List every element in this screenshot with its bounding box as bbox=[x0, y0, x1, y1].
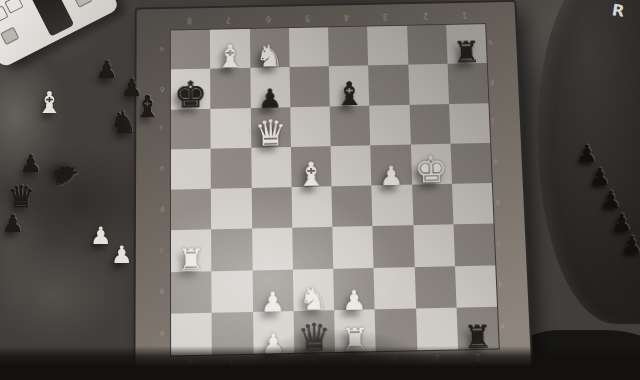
file-label-right-f: f bbox=[491, 102, 497, 142]
square-b1 bbox=[455, 265, 497, 307]
square-b5: ♞ bbox=[293, 268, 334, 311]
file-labels-left: hgfedcba bbox=[160, 30, 165, 355]
foreground-blur bbox=[0, 346, 640, 380]
captured-black-pawn: ♟ bbox=[96, 58, 118, 82]
square-b4: ♟ bbox=[333, 267, 375, 309]
clock-button bbox=[4, 0, 23, 14]
square-f3 bbox=[369, 104, 410, 145]
clock-lcd-display bbox=[27, 0, 75, 37]
file-label-left-e: e bbox=[160, 148, 164, 188]
square-d6 bbox=[251, 187, 292, 229]
file-label-right-d: d bbox=[494, 182, 500, 223]
square-e1 bbox=[450, 143, 492, 184]
square-b6: ♟ bbox=[252, 269, 293, 312]
rank-label-top-7: 7 bbox=[209, 15, 248, 24]
rank-label-top-6: 6 bbox=[248, 14, 287, 23]
captured-white-pawn: ♟ bbox=[111, 243, 133, 267]
square-c6 bbox=[252, 228, 293, 270]
square-c7 bbox=[211, 229, 252, 271]
square-g4: ♝ bbox=[329, 66, 370, 106]
square-b2 bbox=[414, 266, 456, 308]
square-e3: ♟ bbox=[370, 144, 411, 185]
piece-white-pawn-e3: ♟ bbox=[379, 162, 404, 189]
piece-white-bishop-h7: ♝ bbox=[215, 40, 245, 73]
chess-board: 87654321 87654321 hgfedcba hgfedcba ♝♞♜♚… bbox=[133, 0, 534, 380]
square-e8 bbox=[171, 148, 211, 189]
rank-labels-top: 87654321 bbox=[170, 10, 484, 25]
file-label-right-b: b bbox=[498, 264, 504, 306]
square-f2 bbox=[409, 104, 450, 145]
file-label-right-c: c bbox=[496, 223, 502, 264]
piece-white-bishop-e5: ♝ bbox=[296, 157, 327, 191]
board-grid: ♝♞♜♚♟♝♛♝♟♚♜♟♞♟♟♛♜♜ bbox=[171, 24, 499, 355]
square-d4 bbox=[331, 185, 372, 227]
square-h8 bbox=[171, 30, 211, 70]
square-f1 bbox=[449, 103, 490, 144]
photo-canvas: R 87654321 87654321 hgfedcba hgfedcba ♝♞… bbox=[0, 0, 640, 380]
square-g2 bbox=[408, 64, 449, 104]
square-b3 bbox=[374, 267, 416, 309]
file-label-right-e: e bbox=[493, 142, 499, 182]
rank-label-top-1: 1 bbox=[444, 10, 484, 19]
captured-black-knight: ♞ bbox=[110, 108, 137, 138]
square-g5 bbox=[289, 66, 329, 106]
piece-white-pawn-b4: ♟ bbox=[342, 286, 367, 314]
square-d1 bbox=[452, 183, 494, 225]
square-e7 bbox=[211, 148, 251, 189]
rank-label-top-2: 2 bbox=[405, 11, 445, 20]
square-h3 bbox=[367, 26, 408, 66]
captured-black-pawn: ♟ bbox=[621, 233, 640, 257]
square-g3 bbox=[368, 65, 409, 105]
captured-black-bishop: ♝ bbox=[134, 92, 161, 122]
file-label-left-b: b bbox=[160, 271, 165, 313]
piece-white-rook-c8: ♜ bbox=[177, 244, 205, 276]
square-g8: ♚ bbox=[171, 69, 211, 109]
file-label-right-a: a bbox=[500, 305, 506, 347]
piece-white-knight-h6: ♞ bbox=[255, 41, 284, 72]
file-label-right-h: h bbox=[488, 23, 494, 62]
board-frame: 87654321 87654321 hgfedcba hgfedcba ♝♞♜♚… bbox=[133, 0, 534, 380]
captured-black-knight: ♞ bbox=[48, 159, 82, 191]
piece-white-king-e2: ♚ bbox=[414, 151, 449, 189]
square-c8: ♜ bbox=[171, 230, 212, 272]
piece-black-pawn-g6: ♟ bbox=[258, 85, 282, 111]
piece-white-knight-b5: ♞ bbox=[299, 282, 329, 315]
piece-black-rook-h1: ♜ bbox=[452, 38, 480, 68]
square-h6: ♞ bbox=[249, 28, 289, 68]
clock-button bbox=[73, 0, 92, 8]
playing-area: ♝♞♜♚♟♝♛♝♟♚♜♟♞♟♟♛♜♜ bbox=[170, 23, 500, 356]
square-f6: ♛ bbox=[250, 107, 290, 148]
file-label-left-d: d bbox=[160, 189, 164, 230]
captured-black-pawn: ♟ bbox=[20, 152, 42, 176]
rank-label-top-5: 5 bbox=[288, 13, 327, 22]
file-label-left-h: h bbox=[160, 30, 164, 69]
square-e4 bbox=[331, 145, 372, 186]
square-b7 bbox=[212, 270, 253, 313]
square-c2 bbox=[413, 225, 455, 267]
square-a1: ♜ bbox=[456, 307, 498, 350]
square-h5 bbox=[289, 27, 329, 67]
square-c5 bbox=[292, 227, 333, 269]
square-e5: ♝ bbox=[291, 146, 332, 187]
square-h2 bbox=[407, 25, 448, 65]
square-c4 bbox=[332, 226, 373, 268]
square-h7: ♝ bbox=[210, 29, 250, 69]
file-label-left-c: c bbox=[160, 230, 164, 271]
square-e2: ♚ bbox=[410, 143, 451, 184]
square-h4 bbox=[328, 27, 368, 67]
square-d8 bbox=[171, 189, 211, 231]
clock-button bbox=[0, 27, 19, 45]
piece-white-pawn-b6: ♟ bbox=[260, 288, 285, 316]
captured-black-pawn: ♟ bbox=[2, 212, 24, 236]
piece-black-king-g8: ♚ bbox=[174, 76, 208, 113]
rank-label-top-3: 3 bbox=[366, 12, 405, 21]
rank-label-top-4: 4 bbox=[327, 12, 366, 21]
square-c1 bbox=[453, 224, 495, 266]
piece-white-queen-f6: ♛ bbox=[254, 115, 287, 152]
square-d7 bbox=[211, 188, 252, 230]
rank-label-top-8: 8 bbox=[170, 16, 209, 25]
piece-black-bishop-g4: ♝ bbox=[334, 76, 365, 109]
square-c3 bbox=[373, 225, 415, 267]
square-f5 bbox=[290, 106, 331, 147]
file-label-right-g: g bbox=[489, 62, 495, 102]
captured-white-pawn: ♟ bbox=[90, 224, 112, 248]
captured-black-queen: ♛ bbox=[8, 182, 35, 212]
square-h1: ♜ bbox=[446, 24, 487, 64]
captured-white-bishop: ♝ bbox=[36, 88, 63, 118]
square-f7 bbox=[211, 108, 251, 149]
